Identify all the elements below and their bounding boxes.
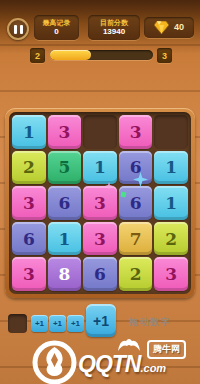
bull-logo-icon [32, 340, 77, 384]
tile-1-r3c5[interactable]: 1 [154, 186, 188, 220]
tile-3-r1c2[interactable]: 3 [48, 115, 82, 149]
tile-6-r2c4[interactable]: 6 [119, 151, 153, 185]
current-score-badge: 目前分数 13940 [88, 15, 140, 40]
level-progress-track [50, 50, 153, 60]
tile-8-r5c2[interactable]: 8 [48, 257, 82, 291]
tile-3-r4c3[interactable]: 3 [83, 222, 117, 256]
tile-7-r4c4[interactable]: 7 [119, 222, 153, 256]
tray-mini-tile-1[interactable]: +1 [31, 315, 48, 332]
empty-cell-r1c5[interactable] [154, 115, 188, 149]
best-score-badge: 最高记录 0 [34, 15, 79, 40]
tile-2-r5c4[interactable]: 2 [119, 257, 153, 291]
watermark-badge: 腾牛网 [147, 340, 186, 359]
gems-badge[interactable]: 40 [144, 17, 194, 38]
best-score-value: 0 [54, 27, 58, 36]
board-frame: 13325161363616137238623 [5, 108, 195, 298]
level-progress-fill [50, 50, 91, 60]
watermark-site-name: QQTN [78, 351, 140, 377]
tile-6-r5c3[interactable]: 6 [83, 257, 117, 291]
empty-cell-r1c3[interactable] [83, 115, 117, 149]
tile-1-r1c1[interactable]: 1 [12, 115, 46, 149]
tile-3-r3c3[interactable]: 3 [83, 186, 117, 220]
tile-1-r2c5[interactable]: 1 [154, 151, 188, 185]
level-current-badge: 2 [30, 48, 45, 63]
tile-2-r2c1[interactable]: 2 [12, 151, 46, 185]
tile-3-r5c1[interactable]: 3 [12, 257, 46, 291]
tile-5-r2c2[interactable]: 5 [48, 151, 82, 185]
tray-empty-slot [8, 314, 27, 333]
watermark-tld: .com [140, 362, 166, 374]
current-score-label: 目前分数 [100, 19, 128, 28]
tile-1-r4c2[interactable]: 1 [48, 222, 82, 256]
tile-6-r3c2[interactable]: 6 [48, 186, 82, 220]
pause-icon [20, 25, 23, 34]
bull-horns-icon [117, 337, 141, 352]
tray-mini-tile-2[interactable]: +1 [49, 315, 66, 332]
tray-big-tile[interactable]: +1 [86, 304, 116, 337]
pause-icon [14, 25, 17, 34]
game-screen: 最高记录 0 目前分数 13940 40 2 3 133251613636161… [0, 0, 200, 384]
pause-button[interactable] [7, 18, 29, 40]
tile-2-r4c5[interactable]: 2 [154, 222, 188, 256]
gems-count: 40 [174, 22, 184, 32]
board-grid: 13325161363616137238623 [9, 112, 191, 294]
tile-6-r3c4[interactable]: 6 [119, 186, 153, 220]
tray-hint-label: 拖动数字 [129, 316, 171, 329]
tile-3-r5c5[interactable]: 3 [154, 257, 188, 291]
tile-6-r4c1[interactable]: 6 [12, 222, 46, 256]
tile-3-r1c4[interactable]: 3 [119, 115, 153, 149]
diamond-gem-icon [154, 21, 169, 34]
level-next-badge: 3 [157, 48, 172, 63]
current-score-value: 13940 [103, 27, 125, 36]
tray-mini-tile-3[interactable]: +1 [67, 315, 84, 332]
tile-1-r2c3[interactable]: 1 [83, 151, 117, 185]
best-score-label: 最高记录 [43, 19, 71, 28]
tile-3-r3c1[interactable]: 3 [12, 186, 46, 220]
